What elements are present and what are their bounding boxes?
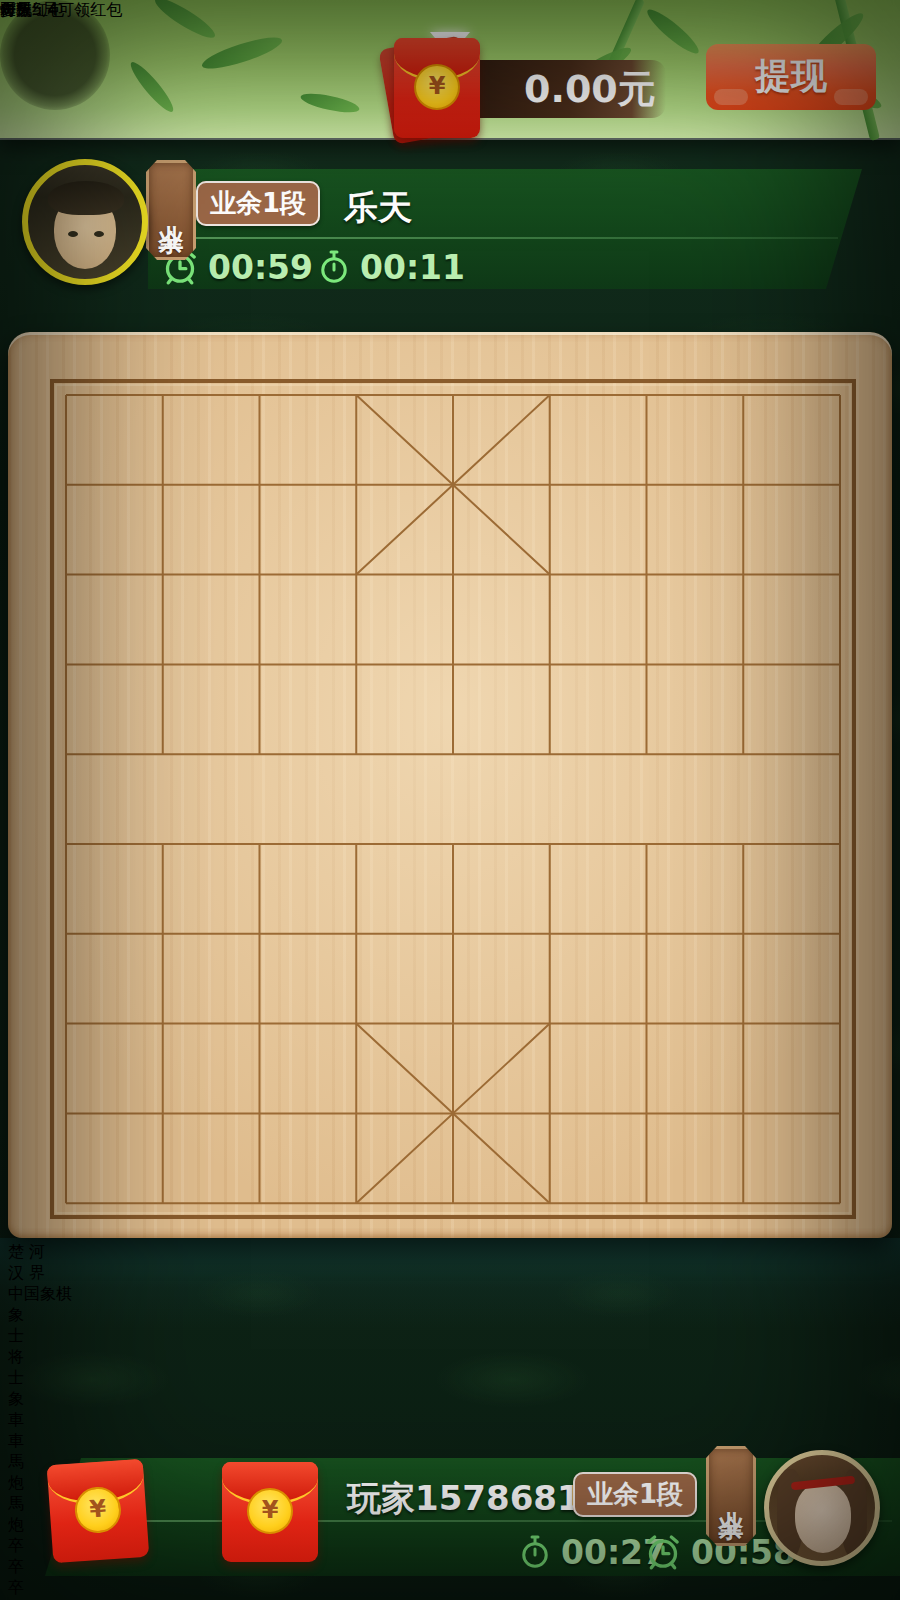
board-grid xyxy=(8,332,892,1238)
board-title-badge: 中国象棋 xyxy=(8,1284,892,1305)
bamboo-leaf-icon xyxy=(643,5,703,59)
balance-amount: 0.00元 xyxy=(524,67,656,111)
bamboo-leaf-icon xyxy=(126,58,178,116)
top-player-rank-badge: 业余1段 xyxy=(196,181,320,226)
xiangqi-piece-black[interactable]: 象 xyxy=(8,1389,892,1410)
top-player-avatar[interactable] xyxy=(22,159,148,285)
river-label-right: 汉 界 xyxy=(8,1263,892,1284)
xiangqi-board[interactable]: 楚 河 汉 界 中国象棋 象士将士象車車馬炮馬炮卒卒卒卒卒兵兵兵兵兵炮馬馬炮仕車… xyxy=(8,332,892,1238)
xiangqi-piece-black[interactable]: 車 xyxy=(8,1431,892,1452)
xiangqi-piece-black[interactable]: 車 xyxy=(8,1410,892,1431)
withdraw-button[interactable]: 提现 xyxy=(706,44,876,110)
progress-red-envelope[interactable]: ¥ xyxy=(222,1462,318,1562)
bamboo-leaf-icon xyxy=(151,0,219,43)
panel-divider xyxy=(156,237,838,239)
match-red-envelope[interactable]: ¥ xyxy=(47,1459,150,1563)
top-player-move-clock: 00:11 xyxy=(316,247,465,287)
bottom-player-rank-badge: 业余1段 xyxy=(573,1472,697,1517)
bottom-player-tier-badge: 业余 xyxy=(706,1446,756,1546)
river-label-left: 楚 河 xyxy=(8,1242,892,1263)
cloud-decoration-icon xyxy=(714,89,748,105)
stopwatch-icon xyxy=(517,1532,553,1572)
cloud-decoration-icon xyxy=(834,89,868,105)
top-player-tier-badge: 业余 xyxy=(146,160,196,260)
bottom-player-avatar[interactable] xyxy=(764,1450,880,1566)
packet-tooltip: 再玩5局可领红包 xyxy=(0,0,122,21)
yen-coin-icon: ¥ xyxy=(414,64,460,110)
xiangqi-piece-black[interactable]: 象 xyxy=(8,1305,892,1326)
xiangqi-piece-black[interactable]: 士 xyxy=(8,1326,892,1347)
bamboo-leaf-icon xyxy=(299,90,361,116)
top-player-panel: 业余1段 乐天 00:59 00:11 xyxy=(148,169,862,289)
top-player-name: 乐天 xyxy=(344,185,412,231)
yen-coin-icon: ¥ xyxy=(247,1488,293,1534)
bottom-player-name: 玩家15786819 xyxy=(347,1476,604,1522)
balance-bar: 0.00元 xyxy=(452,60,666,118)
alarm-clock-icon xyxy=(643,1532,683,1572)
stopwatch-icon xyxy=(316,247,352,287)
header-red-envelope[interactable]: ¥ xyxy=(394,38,480,138)
xiangqi-piece-black[interactable]: 卒 xyxy=(8,1578,892,1599)
xiangqi-piece-black[interactable]: 士 xyxy=(8,1368,892,1389)
xiangqi-piece-black[interactable]: 将 xyxy=(8,1347,892,1368)
top-header: 0.00元 ¥ 提现 xyxy=(0,0,900,138)
